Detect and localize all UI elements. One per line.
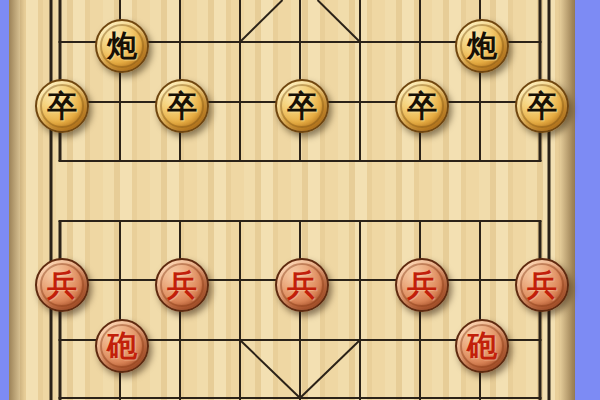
red-soldier[interactable]: 兵	[35, 258, 89, 312]
black-cannon[interactable]: 炮	[455, 19, 509, 73]
black-soldier[interactable]: 卒	[395, 79, 449, 133]
piece-glyph: 卒	[407, 91, 437, 121]
piece-glyph: 砲	[467, 331, 497, 361]
piece-glyph: 兵	[287, 270, 317, 300]
red-soldier[interactable]: 兵	[515, 258, 569, 312]
piece-glyph: 炮	[107, 31, 137, 61]
red-soldier[interactable]: 兵	[395, 258, 449, 312]
black-soldier[interactable]: 卒	[35, 79, 89, 133]
black-soldier[interactable]: 卒	[515, 79, 569, 133]
piece-glyph: 兵	[407, 270, 437, 300]
black-soldier[interactable]: 卒	[275, 79, 329, 133]
piece-glyph: 兵	[527, 270, 557, 300]
piece-glyph: 兵	[167, 270, 197, 300]
red-cannon[interactable]: 砲	[455, 319, 509, 373]
red-soldier[interactable]: 兵	[155, 258, 209, 312]
app-background: 炮 炮 卒 卒 卒 卒 卒 兵 兵 兵 兵 兵	[0, 0, 600, 400]
black-soldier[interactable]: 卒	[155, 79, 209, 133]
red-soldier[interactable]: 兵	[275, 258, 329, 312]
piece-glyph: 卒	[167, 91, 197, 121]
red-cannon[interactable]: 砲	[95, 319, 149, 373]
piece-glyph: 卒	[527, 91, 557, 121]
piece-glyph: 卒	[47, 91, 77, 121]
piece-glyph: 兵	[47, 270, 77, 300]
piece-glyph: 砲	[107, 331, 137, 361]
black-cannon[interactable]: 炮	[95, 19, 149, 73]
piece-glyph: 卒	[287, 91, 317, 121]
piece-glyph: 炮	[467, 31, 497, 61]
